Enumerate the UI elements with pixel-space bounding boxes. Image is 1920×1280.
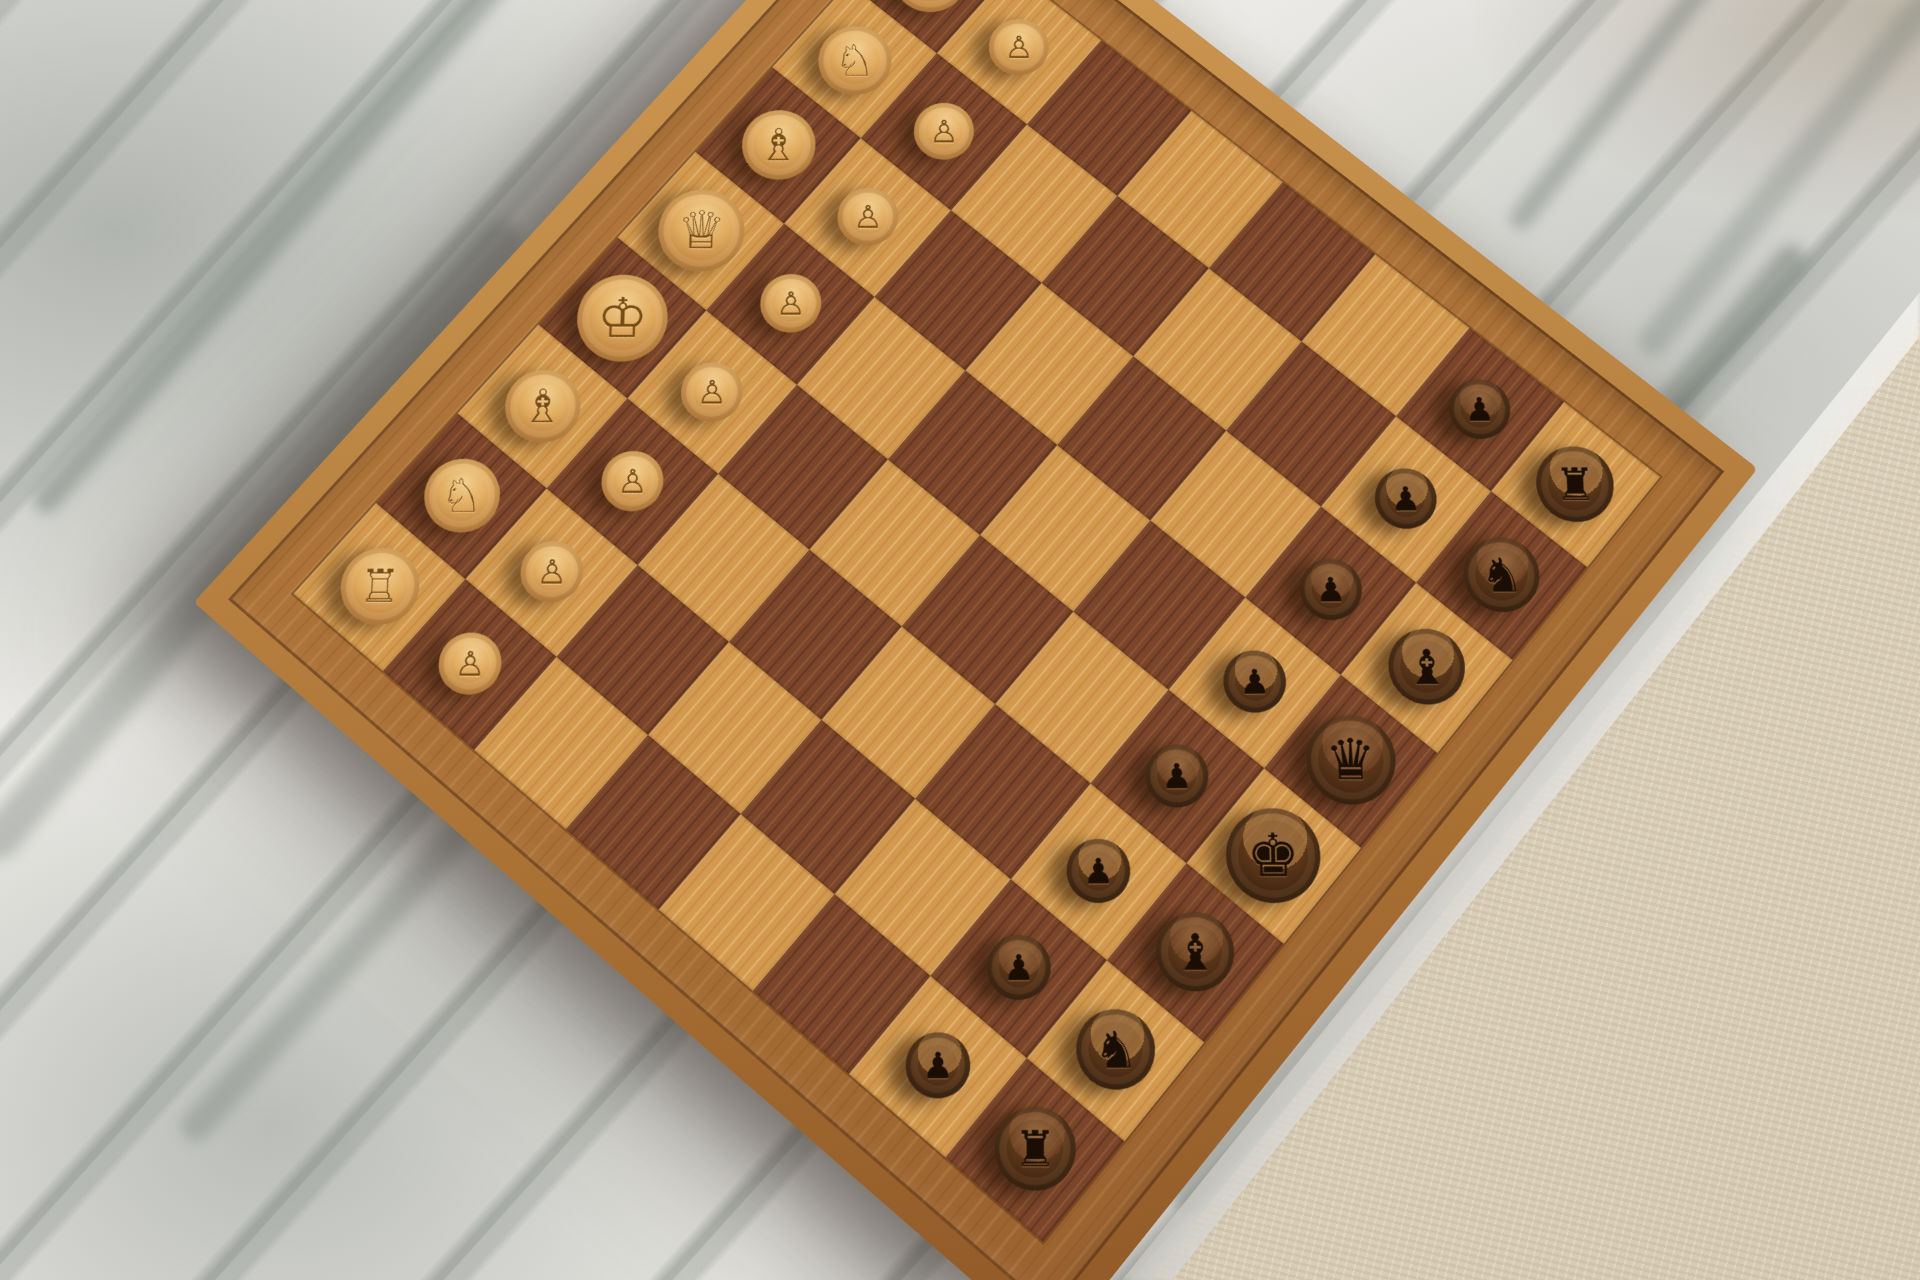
piece-glyph: ♙	[1004, 31, 1033, 62]
piece-glyph: ♚	[1246, 826, 1301, 886]
piece-glyph: ♛	[1324, 732, 1377, 789]
piece-glyph: ♞	[1479, 551, 1524, 598]
piece-glyph: ♟	[1083, 853, 1115, 888]
piece-glyph: ♝	[1173, 927, 1218, 977]
piece-glyph: ♗	[521, 383, 565, 429]
piece-glyph: ♔	[596, 290, 649, 345]
piece-glyph: ♙	[617, 464, 648, 497]
piece-glyph: ♟	[922, 1048, 954, 1084]
piece-glyph: ♙	[454, 647, 486, 681]
piece-glyph: ♖	[358, 564, 402, 609]
piece-glyph: ♜	[1013, 1124, 1057, 1174]
piece-glyph: ♟	[1239, 665, 1271, 699]
piece-glyph: ♘	[439, 472, 484, 519]
piece-glyph: ♗	[757, 123, 799, 167]
piece-glyph: ♙	[853, 201, 883, 233]
piece-glyph: ♞	[1093, 1024, 1138, 1075]
piece-glyph: ♙	[775, 287, 805, 319]
piece-glyph: ♙	[929, 116, 959, 147]
piece-glyph: ♘	[834, 39, 876, 82]
piece-glyph: ♟	[1161, 758, 1193, 793]
piece-glyph: ♟	[1315, 573, 1347, 607]
piece-glyph: ♜	[1554, 462, 1597, 507]
piece-glyph: ♙	[536, 555, 568, 588]
piece-glyph: ♟	[1390, 482, 1422, 515]
piece-glyph: ♕	[676, 205, 726, 257]
piece-glyph: ♙	[697, 375, 728, 407]
piece-glyph: ♟	[1003, 950, 1035, 986]
scene: ♖♙♟♜♘♙♟♞♗♙♟♝♕♙♟♛♔♙♟♚♗♙♟♝♘♙♟♞♖♙♟♜	[0, 0, 1920, 1280]
piece-glyph: ♝	[1404, 643, 1449, 691]
piece-glyph: ♟	[1464, 393, 1496, 426]
